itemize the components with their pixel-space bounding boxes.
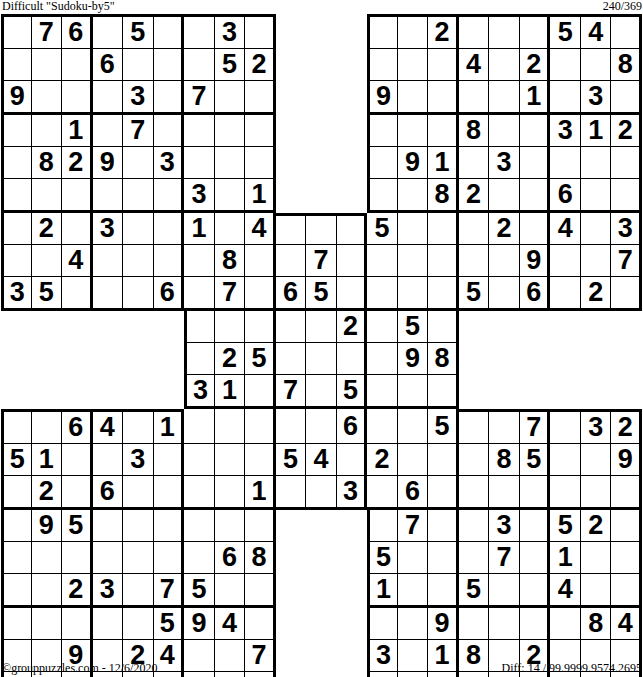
cell-r19c5[interactable] — [123, 608, 154, 640]
cell-r7c18[interactable] — [520, 213, 551, 245]
cell-r6c5[interactable] — [123, 179, 154, 213]
cell-r4c2[interactable] — [32, 115, 63, 147]
cell-r13c4-given: 4 — [93, 409, 124, 444]
cell-r10c8[interactable] — [215, 311, 246, 343]
cell-r4c3-given: 1 — [62, 115, 93, 147]
cell-r9c19[interactable] — [550, 277, 581, 311]
cell-r8c14[interactable] — [398, 245, 429, 277]
cell-r14c19[interactable] — [550, 444, 581, 476]
cell-r13c15-given: 5 — [428, 409, 459, 444]
cell-r5c15-given: 1 — [428, 147, 459, 179]
cell-r12c13[interactable] — [367, 375, 398, 409]
cell-r1c21[interactable] — [611, 14, 642, 49]
void-region — [306, 81, 337, 115]
cell-r7c2-given: 2 — [32, 213, 63, 245]
void-region — [276, 510, 307, 542]
void-region — [337, 179, 368, 213]
cell-r7c1[interactable] — [1, 213, 32, 245]
cell-r18c18[interactable] — [520, 574, 551, 608]
cell-r14c4[interactable] — [93, 444, 124, 476]
cell-r15c21[interactable] — [611, 476, 642, 510]
cell-r16c18[interactable] — [520, 510, 551, 542]
cell-r8c17[interactable] — [489, 245, 520, 277]
cell-r2c20[interactable] — [581, 49, 612, 81]
cell-r19c19[interactable] — [550, 608, 581, 640]
header: Difficult "Sudoku-by5" 240/369 — [2, 0, 642, 13]
cell-r2c16-given: 4 — [459, 49, 490, 81]
cell-r15c11[interactable] — [306, 476, 337, 510]
cell-r7c7-given: 1 — [184, 213, 215, 245]
cell-r2c19[interactable] — [550, 49, 581, 81]
cell-r1c9[interactable] — [245, 14, 276, 49]
cell-r19c14[interactable] — [398, 608, 429, 640]
cell-r16c21[interactable] — [611, 510, 642, 542]
cell-r15c18[interactable] — [520, 476, 551, 510]
cell-r2c7[interactable] — [184, 49, 215, 81]
void-region — [1, 343, 32, 375]
cell-r3c6[interactable] — [154, 81, 185, 115]
cell-r13c12-given: 6 — [337, 409, 368, 444]
cell-r18c9[interactable] — [245, 574, 276, 608]
cell-r18c7-given: 5 — [184, 574, 215, 608]
cell-r17c1[interactable] — [1, 542, 32, 574]
cell-r3c8[interactable] — [215, 81, 246, 115]
cell-r4c14[interactable] — [398, 115, 429, 147]
cell-r7c5[interactable] — [123, 213, 154, 245]
cell-r14c14[interactable] — [398, 444, 429, 476]
cell-r9c20-given: 2 — [581, 277, 612, 311]
cell-r7c20[interactable] — [581, 213, 612, 245]
void-region — [611, 375, 642, 409]
puzzle-counter: 240/369 — [603, 0, 642, 13]
cell-r8c19[interactable] — [550, 245, 581, 277]
cell-r8c21-given: 7 — [611, 245, 642, 277]
cell-r16c16[interactable] — [459, 510, 490, 542]
cell-r5c20[interactable] — [581, 147, 612, 179]
cell-r1c14[interactable] — [398, 14, 429, 49]
cell-r2c1[interactable] — [1, 49, 32, 81]
cell-r17c3[interactable] — [62, 542, 93, 574]
cell-r7c12[interactable] — [337, 213, 368, 245]
cell-r4c17[interactable] — [489, 115, 520, 147]
cell-r12c7-given: 3 — [184, 375, 215, 409]
cell-r17c21[interactable] — [611, 542, 642, 574]
cell-r10c14-given: 5 — [398, 311, 429, 343]
cell-r19c18[interactable] — [520, 608, 551, 640]
cell-r17c4[interactable] — [93, 542, 124, 574]
void-region — [276, 81, 307, 115]
cell-r4c4[interactable] — [93, 115, 124, 147]
void-region — [306, 542, 337, 574]
cell-r17c18[interactable] — [520, 542, 551, 574]
cell-r14c6[interactable] — [154, 444, 185, 476]
cell-r8c4[interactable] — [93, 245, 124, 277]
cell-r2c14[interactable] — [398, 49, 429, 81]
cell-r19c9[interactable] — [245, 608, 276, 640]
cell-r15c20[interactable] — [581, 476, 612, 510]
cell-r11c9-given: 5 — [245, 343, 276, 375]
cell-r6c3[interactable] — [62, 179, 93, 213]
cell-r18c20[interactable] — [581, 574, 612, 608]
void-region — [93, 375, 124, 409]
cell-r9c2-given: 5 — [32, 277, 63, 311]
cell-r4c15[interactable] — [428, 115, 459, 147]
cell-r6c6[interactable] — [154, 179, 185, 213]
cell-r7c8[interactable] — [215, 213, 246, 245]
cell-r3c4[interactable] — [93, 81, 124, 115]
cell-r7c17-given: 2 — [489, 213, 520, 245]
cell-r15c4-given: 6 — [93, 476, 124, 510]
cell-r14c12[interactable] — [337, 444, 368, 476]
cell-r9c9[interactable] — [245, 277, 276, 311]
cell-r8c2[interactable] — [32, 245, 63, 277]
cell-r13c16[interactable] — [459, 409, 490, 444]
cell-r9c17[interactable] — [489, 277, 520, 311]
cell-r2c15[interactable] — [428, 49, 459, 81]
cell-r16c6[interactable] — [154, 510, 185, 542]
void-region — [123, 375, 154, 409]
cell-r15c17[interactable] — [489, 476, 520, 510]
cell-r4c21-given: 2 — [611, 115, 642, 147]
cell-r5c19[interactable] — [550, 147, 581, 179]
cell-r14c17-given: 8 — [489, 444, 520, 476]
cell-r7c19-given: 4 — [550, 213, 581, 245]
cell-r19c3[interactable] — [62, 608, 93, 640]
cell-r18c1[interactable] — [1, 574, 32, 608]
cell-r13c13[interactable] — [367, 409, 398, 444]
cell-r2c18-given: 2 — [520, 49, 551, 81]
cell-r19c4[interactable] — [93, 608, 124, 640]
cell-r16c7[interactable] — [184, 510, 215, 542]
cell-r17c20[interactable] — [581, 542, 612, 574]
cell-r1c2-given: 7 — [32, 14, 63, 49]
void-region — [489, 375, 520, 409]
cell-r1c15-given: 2 — [428, 14, 459, 49]
cell-r9c7[interactable] — [184, 277, 215, 311]
cell-r7c16[interactable] — [459, 213, 490, 245]
cell-r15c7[interactable] — [184, 476, 215, 510]
cell-r19c6-given: 5 — [154, 608, 185, 640]
cell-r17c7[interactable] — [184, 542, 215, 574]
cell-r5c7[interactable] — [184, 147, 215, 179]
cell-r19c2[interactable] — [32, 608, 63, 640]
void-region — [32, 375, 63, 409]
cell-r18c15[interactable] — [428, 574, 459, 608]
cell-r16c1[interactable] — [1, 510, 32, 542]
cell-r15c6[interactable] — [154, 476, 185, 510]
cell-r7c6[interactable] — [154, 213, 185, 245]
cell-r10c13[interactable] — [367, 311, 398, 343]
cell-r18c8[interactable] — [215, 574, 246, 608]
cell-r5c17-given: 3 — [489, 147, 520, 179]
footer: ©grouppuzzles.com - 12/6/2020 Diff: 14 /… — [2, 662, 642, 675]
void-region — [276, 608, 307, 640]
cell-r5c1[interactable] — [1, 147, 32, 179]
cell-r5c2-given: 8 — [32, 147, 63, 179]
cell-r8c9[interactable] — [245, 245, 276, 277]
cell-r3c1-given: 9 — [1, 81, 32, 115]
cell-r15c3[interactable] — [62, 476, 93, 510]
cell-r17c9-given: 8 — [245, 542, 276, 574]
cell-r8c16[interactable] — [459, 245, 490, 277]
cell-r6c14[interactable] — [398, 179, 429, 213]
cell-r9c5[interactable] — [123, 277, 154, 311]
cell-r6c20[interactable] — [581, 179, 612, 213]
cell-r2c13[interactable] — [367, 49, 398, 81]
void-region — [306, 49, 337, 81]
void-region — [520, 311, 551, 343]
cell-r7c14[interactable] — [398, 213, 429, 245]
cell-r10c15[interactable] — [428, 311, 459, 343]
cell-r8c1[interactable] — [1, 245, 32, 277]
cell-r5c6-given: 3 — [154, 147, 185, 179]
cell-r12c11[interactable] — [306, 375, 337, 409]
void-region — [611, 343, 642, 375]
cell-r14c16[interactable] — [459, 444, 490, 476]
cell-r7c21-given: 3 — [611, 213, 642, 245]
cell-r15c2-given: 2 — [32, 476, 63, 510]
cell-r16c4[interactable] — [93, 510, 124, 542]
cell-r6c17[interactable] — [489, 179, 520, 213]
cell-r10c10[interactable] — [276, 311, 307, 343]
cell-r3c15[interactable] — [428, 81, 459, 115]
cell-r18c17[interactable] — [489, 574, 520, 608]
cell-r10c9[interactable] — [245, 311, 276, 343]
cell-r3c21[interactable] — [611, 81, 642, 115]
cell-r8c11-given: 7 — [306, 245, 337, 277]
cell-r14c2-given: 1 — [32, 444, 63, 476]
cell-r8c20[interactable] — [581, 245, 612, 277]
cell-r8c13[interactable] — [367, 245, 398, 277]
cell-r12c9[interactable] — [245, 375, 276, 409]
cell-r8c5[interactable] — [123, 245, 154, 277]
cell-r17c14[interactable] — [398, 542, 429, 574]
cell-r4c1[interactable] — [1, 115, 32, 147]
cell-r16c17-given: 3 — [489, 510, 520, 542]
cell-r13c1[interactable] — [1, 409, 32, 444]
cell-r6c18[interactable] — [520, 179, 551, 213]
void-region — [93, 311, 124, 343]
cell-r16c13[interactable] — [367, 510, 398, 542]
cell-r15c5[interactable] — [123, 476, 154, 510]
cell-r5c21[interactable] — [611, 147, 642, 179]
cell-r6c21[interactable] — [611, 179, 642, 213]
cell-r4c7[interactable] — [184, 115, 215, 147]
cell-r16c20-given: 2 — [581, 510, 612, 542]
cell-r19c13[interactable] — [367, 608, 398, 640]
cell-r10c7[interactable] — [184, 311, 215, 343]
void-region — [550, 343, 581, 375]
cell-r2c3[interactable] — [62, 49, 93, 81]
cell-r3c14[interactable] — [398, 81, 429, 115]
cell-r5c9[interactable] — [245, 147, 276, 179]
cell-r18c2[interactable] — [32, 574, 63, 608]
cell-r15c15[interactable] — [428, 476, 459, 510]
cell-r4c8[interactable] — [215, 115, 246, 147]
cell-r4c18[interactable] — [520, 115, 551, 147]
cell-r15c10[interactable] — [276, 476, 307, 510]
cell-r18c13-given: 1 — [367, 574, 398, 608]
cell-r13c14[interactable] — [398, 409, 429, 444]
cell-r2c2[interactable] — [32, 49, 63, 81]
cell-r5c5[interactable] — [123, 147, 154, 179]
cell-r15c1[interactable] — [1, 476, 32, 510]
cell-r15c13[interactable] — [367, 476, 398, 510]
cell-r7c4-given: 3 — [93, 213, 124, 245]
cell-r2c5[interactable] — [123, 49, 154, 81]
cell-r2c6[interactable] — [154, 49, 185, 81]
cell-r11c13[interactable] — [367, 343, 398, 375]
cell-r6c2[interactable] — [32, 179, 63, 213]
cell-r17c16[interactable] — [459, 542, 490, 574]
cell-r17c6[interactable] — [154, 542, 185, 574]
cell-r1c7[interactable] — [184, 14, 215, 49]
cell-r13c9[interactable] — [245, 409, 276, 444]
cell-r18c14[interactable] — [398, 574, 429, 608]
cell-r5c18[interactable] — [520, 147, 551, 179]
cell-r1c18[interactable] — [520, 14, 551, 49]
cell-r9c14[interactable] — [398, 277, 429, 311]
cell-r6c1[interactable] — [1, 179, 32, 213]
cell-r8c7[interactable] — [184, 245, 215, 277]
cell-r14c11-given: 4 — [306, 444, 337, 476]
cell-r3c9[interactable] — [245, 81, 276, 115]
cell-r13c10[interactable] — [276, 409, 307, 444]
cell-r11c15-given: 8 — [428, 343, 459, 375]
cell-r14c15[interactable] — [428, 444, 459, 476]
cell-r14c7[interactable] — [184, 444, 215, 476]
cell-r16c2-given: 9 — [32, 510, 63, 542]
cell-r14c18-given: 5 — [520, 444, 551, 476]
cell-r9c12[interactable] — [337, 277, 368, 311]
cell-r17c15[interactable] — [428, 542, 459, 574]
void-region — [337, 147, 368, 179]
cell-r3c7-given: 7 — [184, 81, 215, 115]
void-region — [337, 14, 368, 49]
cell-r16c5[interactable] — [123, 510, 154, 542]
cell-r1c4[interactable] — [93, 14, 124, 49]
void-region — [489, 311, 520, 343]
void-region — [276, 147, 307, 179]
cell-r6c13[interactable] — [367, 179, 398, 213]
cell-r7c3[interactable] — [62, 213, 93, 245]
cell-r14c20[interactable] — [581, 444, 612, 476]
cell-r7c11[interactable] — [306, 213, 337, 245]
cell-r8c6[interactable] — [154, 245, 185, 277]
cell-r1c13[interactable] — [367, 14, 398, 49]
cell-r9c3[interactable] — [62, 277, 93, 311]
void-region — [459, 311, 490, 343]
cell-r15c16[interactable] — [459, 476, 490, 510]
cell-r11c12[interactable] — [337, 343, 368, 375]
cell-r17c2[interactable] — [32, 542, 63, 574]
cell-r13c11[interactable] — [306, 409, 337, 444]
cell-r5c8[interactable] — [215, 147, 246, 179]
cell-r4c6[interactable] — [154, 115, 185, 147]
cell-r18c5[interactable] — [123, 574, 154, 608]
cell-r19c1[interactable] — [1, 608, 32, 640]
cell-r12c14[interactable] — [398, 375, 429, 409]
cell-r13c19[interactable] — [550, 409, 581, 444]
void-region — [154, 311, 185, 343]
cell-r11c10[interactable] — [276, 343, 307, 375]
cell-r13c7[interactable] — [184, 409, 215, 444]
cell-r3c16[interactable] — [459, 81, 490, 115]
cell-r2c17[interactable] — [489, 49, 520, 81]
cell-r6c4[interactable] — [93, 179, 124, 213]
cell-r3c3[interactable] — [62, 81, 93, 115]
cell-r5c16[interactable] — [459, 147, 490, 179]
cell-r19c16[interactable] — [459, 608, 490, 640]
cell-r7c10[interactable] — [276, 213, 307, 245]
cell-r1c5-given: 5 — [123, 14, 154, 49]
cell-r2c9-given: 2 — [245, 49, 276, 81]
cell-r13c2[interactable] — [32, 409, 63, 444]
cell-r9c15[interactable] — [428, 277, 459, 311]
cell-r1c16[interactable] — [459, 14, 490, 49]
cell-r16c9[interactable] — [245, 510, 276, 542]
cell-r3c19[interactable] — [550, 81, 581, 115]
cell-r5c13[interactable] — [367, 147, 398, 179]
cell-r6c19-given: 6 — [550, 179, 581, 213]
cell-r10c11[interactable] — [306, 311, 337, 343]
cell-r9c13[interactable] — [367, 277, 398, 311]
cell-r18c21[interactable] — [611, 574, 642, 608]
cell-r2c4-given: 6 — [93, 49, 124, 81]
cell-r10c12-given: 2 — [337, 311, 368, 343]
cell-r9c21[interactable] — [611, 277, 642, 311]
cell-r6c8[interactable] — [215, 179, 246, 213]
cell-r9c4[interactable] — [93, 277, 124, 311]
void-region — [306, 14, 337, 49]
cell-r16c8[interactable] — [215, 510, 246, 542]
cell-r14c9[interactable] — [245, 444, 276, 476]
cell-r19c17[interactable] — [489, 608, 520, 640]
cell-r12c8-given: 1 — [215, 375, 246, 409]
cell-r15c8[interactable] — [215, 476, 246, 510]
cell-r17c5[interactable] — [123, 542, 154, 574]
cell-r8c10[interactable] — [276, 245, 307, 277]
cell-r13c8[interactable] — [215, 409, 246, 444]
cell-r3c18-given: 1 — [520, 81, 551, 115]
cell-r7c15[interactable] — [428, 213, 459, 245]
void-region — [276, 49, 307, 81]
cell-r3c13-given: 9 — [367, 81, 398, 115]
cell-r9c16-given: 5 — [459, 277, 490, 311]
cell-r14c8[interactable] — [215, 444, 246, 476]
void-region — [306, 574, 337, 608]
cell-r11c7[interactable] — [184, 343, 215, 375]
cell-r14c3[interactable] — [62, 444, 93, 476]
cell-r3c17[interactable] — [489, 81, 520, 115]
cell-r4c9[interactable] — [245, 115, 276, 147]
cell-r8c12[interactable] — [337, 245, 368, 277]
cell-r7c13-given: 5 — [367, 213, 398, 245]
cell-r16c15[interactable] — [428, 510, 459, 542]
cell-r3c2[interactable] — [32, 81, 63, 115]
cell-r13c17[interactable] — [489, 409, 520, 444]
cell-r12c15[interactable] — [428, 375, 459, 409]
cell-r11c11[interactable] — [306, 343, 337, 375]
cell-r8c8-given: 8 — [215, 245, 246, 277]
cell-r1c1[interactable] — [1, 14, 32, 49]
cell-r1c17[interactable] — [489, 14, 520, 49]
cell-r15c19[interactable] — [550, 476, 581, 510]
cell-r8c15[interactable] — [428, 245, 459, 277]
cell-r4c13[interactable] — [367, 115, 398, 147]
cell-r13c5[interactable] — [123, 409, 154, 444]
cell-r1c6[interactable] — [154, 14, 185, 49]
